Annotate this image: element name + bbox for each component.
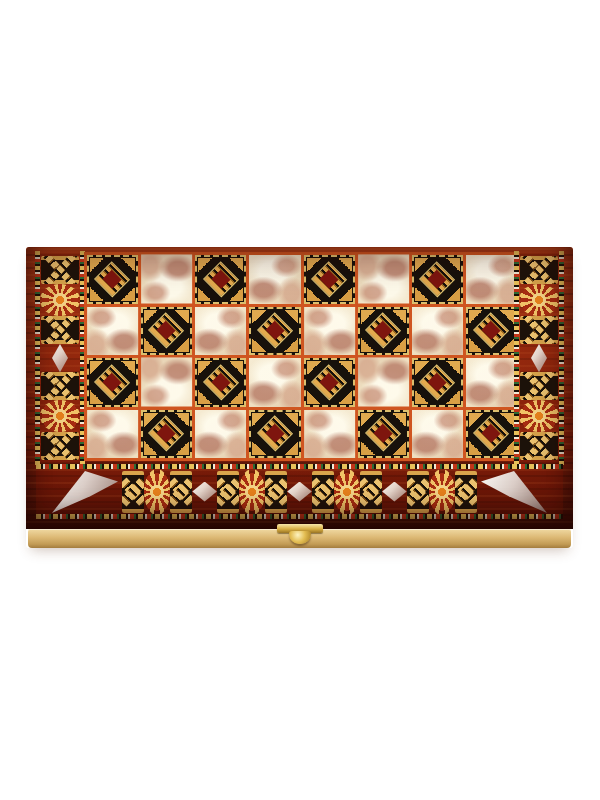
frieze-motifs [122,470,477,513]
star-medallion-motif [334,469,360,515]
hourglass-x-motif [265,471,287,513]
board-square-light [466,255,517,304]
board-square-light [304,307,355,356]
board-square-light [412,307,463,356]
box-edge-wood [28,529,571,548]
checkerboard [84,252,520,461]
board-square-dark [466,307,517,356]
star-medallion-motif [519,284,559,315]
board-square-dark [304,255,355,304]
board-square-dark [141,307,192,356]
board-square-dark [466,410,517,459]
hourglass-x-motif [520,256,558,284]
board-square-light [466,358,517,407]
hourglass-x-motif [41,432,79,460]
board-square-dark [249,307,300,356]
bottom-frieze [36,465,563,518]
board-square-dark [358,410,409,459]
clasp-flap [289,531,311,544]
board-square-light [195,307,246,356]
board-square-light [195,410,246,459]
board-square-light [87,410,138,459]
hourglass-x-motif [360,471,382,513]
board-square-light [304,410,355,459]
board-square-dark [195,358,246,407]
pearl-diamond-motif [52,344,68,372]
pearl-diamond-motif [382,482,407,502]
star-medallion-motif [144,469,170,515]
hourglass-x-motif [41,316,79,344]
hourglass-x-motif [217,471,239,513]
board-square-light [87,307,138,356]
pearl-diamond-motif [287,482,312,502]
hourglass-x-motif [455,471,477,513]
hourglass-x-motif [520,316,558,344]
board-square-light [249,358,300,407]
board-square-dark [304,358,355,407]
board-square-dark [412,255,463,304]
right-border-strip [517,253,561,463]
hourglass-x-motif [520,372,558,400]
board-square-dark [195,255,246,304]
hourglass-x-motif [41,256,79,284]
hourglass-x-motif [122,471,144,513]
pearl-kite-right-icon [481,471,547,513]
board-square-dark [249,410,300,459]
hourglass-x-motif [41,372,79,400]
star-medallion-motif [40,400,80,431]
pearl-diamond-motif [192,482,217,502]
star-medallion-motif [519,400,559,431]
board-square-light [358,255,409,304]
hourglass-x-motif [520,432,558,460]
pearl-kite-left-icon [52,471,118,513]
left-border-strip [38,253,82,463]
pearl-diamond-motif [531,344,547,372]
star-medallion-motif [239,469,265,515]
box-lid [26,247,573,529]
board-square-light [358,358,409,407]
board-square-dark [358,307,409,356]
hourglass-x-motif [407,471,429,513]
board-square-light [141,358,192,407]
board-square-light [412,410,463,459]
hourglass-x-motif [312,471,334,513]
board-square-dark [141,410,192,459]
board-square-dark [412,358,463,407]
board-square-light [141,255,192,304]
star-medallion-motif [429,469,455,515]
star-medallion-motif [40,284,80,315]
backgammon-box [26,247,573,548]
brass-clasp [277,524,323,544]
board-square-dark [87,358,138,407]
board-square-light [249,255,300,304]
board-square-dark [87,255,138,304]
hourglass-x-motif [170,471,192,513]
